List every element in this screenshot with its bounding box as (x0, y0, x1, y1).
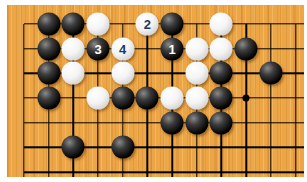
move-number: 4 (119, 42, 126, 55)
board-cell[interactable] (12, 86, 37, 111)
board-cell[interactable] (184, 86, 209, 111)
black-stone (210, 62, 233, 85)
board-cell[interactable] (135, 61, 160, 86)
board-cell[interactable] (259, 36, 284, 61)
board-cell[interactable] (86, 135, 111, 160)
board-cell[interactable] (184, 12, 209, 37)
board-cell[interactable] (61, 36, 86, 61)
board-cell[interactable] (61, 61, 86, 86)
board-cell[interactable] (283, 135, 304, 160)
white-stone: 4 (111, 37, 134, 60)
black-stone (37, 62, 60, 85)
board-cell[interactable] (209, 12, 234, 37)
board-cell[interactable]: 3 (86, 36, 111, 61)
board-cell[interactable] (12, 36, 37, 61)
black-stone (235, 37, 258, 60)
board-cell[interactable] (234, 86, 259, 111)
board-cell[interactable] (283, 12, 304, 37)
black-stone (62, 12, 85, 35)
board-cell[interactable] (86, 86, 111, 111)
board-cell[interactable] (259, 110, 284, 135)
board-cell[interactable] (86, 12, 111, 37)
board-cell[interactable] (209, 110, 234, 135)
go-board: 2341 (7, 5, 304, 177)
board-cell[interactable] (160, 135, 185, 160)
board-cell[interactable] (283, 36, 304, 61)
white-stone (62, 62, 85, 85)
board-cell[interactable] (184, 135, 209, 160)
black-stone: 3 (87, 37, 110, 60)
board-cell[interactable] (160, 61, 185, 86)
board-cell[interactable] (61, 86, 86, 111)
black-stone (136, 87, 159, 110)
move-number: 2 (144, 17, 151, 30)
white-stone (62, 37, 85, 60)
board-cell[interactable] (86, 160, 111, 177)
board-cell[interactable] (36, 61, 61, 86)
black-stone (161, 12, 184, 35)
board-cell[interactable] (135, 135, 160, 160)
black-stone (37, 12, 60, 35)
board-cell[interactable] (36, 36, 61, 61)
board-cell[interactable]: 2 (135, 12, 160, 37)
board-cell[interactable] (12, 135, 37, 160)
board-cell[interactable] (283, 86, 304, 111)
white-stone (161, 87, 184, 110)
board-cell[interactable] (209, 36, 234, 61)
board-cell[interactable] (234, 160, 259, 177)
board-cell[interactable] (160, 86, 185, 111)
white-stone: 2 (136, 12, 159, 35)
black-stone (259, 62, 282, 85)
black-stone: 1 (161, 37, 184, 60)
board-cell[interactable] (234, 61, 259, 86)
board-cell[interactable] (209, 135, 234, 160)
black-stone (111, 136, 134, 159)
white-stone (185, 37, 208, 60)
white-stone (185, 62, 208, 85)
board-cell[interactable] (259, 86, 284, 111)
board-cell[interactable] (209, 160, 234, 177)
white-stone (185, 87, 208, 110)
board-cell[interactable] (110, 110, 135, 135)
board-cell[interactable] (36, 12, 61, 37)
board-cell[interactable] (36, 135, 61, 160)
board-cell[interactable] (135, 160, 160, 177)
move-number: 1 (168, 42, 175, 55)
white-stone (210, 37, 233, 60)
move-number: 3 (94, 42, 101, 55)
white-stone (87, 87, 110, 110)
board-cell[interactable] (234, 12, 259, 37)
white-stone (87, 12, 110, 35)
board-cell[interactable] (283, 61, 304, 86)
board-cell[interactable] (184, 110, 209, 135)
board-cell[interactable] (61, 135, 86, 160)
board-cell[interactable] (283, 110, 304, 135)
board-cell[interactable] (184, 36, 209, 61)
board-cell[interactable] (12, 160, 37, 177)
board-cell[interactable] (259, 160, 284, 177)
board-cell[interactable] (160, 12, 185, 37)
board-cell[interactable] (160, 160, 185, 177)
board-cell[interactable] (12, 61, 37, 86)
board-cell[interactable] (110, 61, 135, 86)
board-cell[interactable] (234, 110, 259, 135)
board-cell[interactable] (86, 61, 111, 86)
board-cell[interactable] (86, 110, 111, 135)
black-stone (185, 111, 208, 134)
board-cell[interactable] (110, 160, 135, 177)
board-cell[interactable] (36, 160, 61, 177)
black-stone (210, 87, 233, 110)
board-cell[interactable] (160, 110, 185, 135)
board-cell[interactable] (234, 36, 259, 61)
board-cell[interactable] (283, 160, 304, 177)
board-cell[interactable] (12, 110, 37, 135)
board-cell[interactable] (36, 86, 61, 111)
go-diagram: 2341 (0, 0, 307, 182)
black-stone (62, 136, 85, 159)
black-stone (37, 37, 60, 60)
board-cell[interactable] (259, 135, 284, 160)
board-cell[interactable] (184, 160, 209, 177)
board-cell[interactable] (110, 12, 135, 37)
board-cell[interactable]: 4 (110, 36, 135, 61)
board-cell[interactable] (259, 61, 284, 86)
board-cell[interactable] (209, 61, 234, 86)
black-stone (37, 87, 60, 110)
board-cell[interactable] (209, 86, 234, 111)
white-stone (111, 62, 134, 85)
black-stone (111, 87, 134, 110)
board-cell[interactable] (110, 135, 135, 160)
board-cell[interactable] (12, 12, 37, 37)
board-grid: 2341 (12, 12, 304, 177)
board-cell[interactable] (36, 110, 61, 135)
black-stone (210, 111, 233, 134)
black-stone (161, 111, 184, 134)
white-stone (210, 12, 233, 35)
board-cell[interactable] (61, 12, 86, 37)
board-cell[interactable] (110, 86, 135, 111)
board-cell[interactable] (135, 110, 160, 135)
board-cell[interactable] (234, 135, 259, 160)
board-cell[interactable] (184, 61, 209, 86)
star-point (243, 95, 250, 102)
board-cell[interactable] (259, 12, 284, 37)
board-cell[interactable] (135, 86, 160, 111)
board-cell[interactable] (61, 110, 86, 135)
board-cell[interactable] (61, 160, 86, 177)
board-cell[interactable]: 1 (160, 36, 185, 61)
board-cell[interactable] (135, 36, 160, 61)
